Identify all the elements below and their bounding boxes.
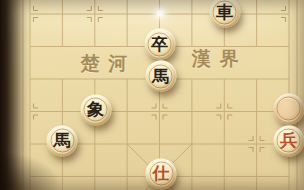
piece-black-chariot[interactable]: 車 xyxy=(209,0,240,28)
piece-black-soldier[interactable]: 卒 xyxy=(144,29,175,60)
piece-black-elephant[interactable]: 象 xyxy=(80,94,111,125)
piece-black-horse-center[interactable]: 馬 xyxy=(145,61,176,92)
river-label-chu-he: 楚河 xyxy=(72,51,137,77)
piece-face-down[interactable] xyxy=(273,93,304,124)
piece-glyph: 兵 xyxy=(273,125,304,156)
piece-glyph: 象 xyxy=(80,94,111,125)
piece-glyph xyxy=(273,93,304,124)
piece-glyph: 仕 xyxy=(146,158,177,189)
xiangqi-board[interactable]: 楚河 漢界 車 卒 馬 象 馬 兵 仕 xyxy=(0,0,304,190)
piece-glyph: 馬 xyxy=(145,61,176,92)
piece-glyph: 卒 xyxy=(144,29,175,60)
last-move-origin-marker xyxy=(157,10,163,16)
piece-glyph: 車 xyxy=(209,0,240,28)
river-label-han-jie: 漢界 xyxy=(183,46,248,72)
piece-black-horse-left[interactable]: 馬 xyxy=(47,125,78,156)
piece-red-soldier[interactable]: 兵 xyxy=(273,125,304,156)
piece-red-advisor[interactable]: 仕 xyxy=(146,158,177,189)
piece-glyph: 馬 xyxy=(47,125,78,156)
